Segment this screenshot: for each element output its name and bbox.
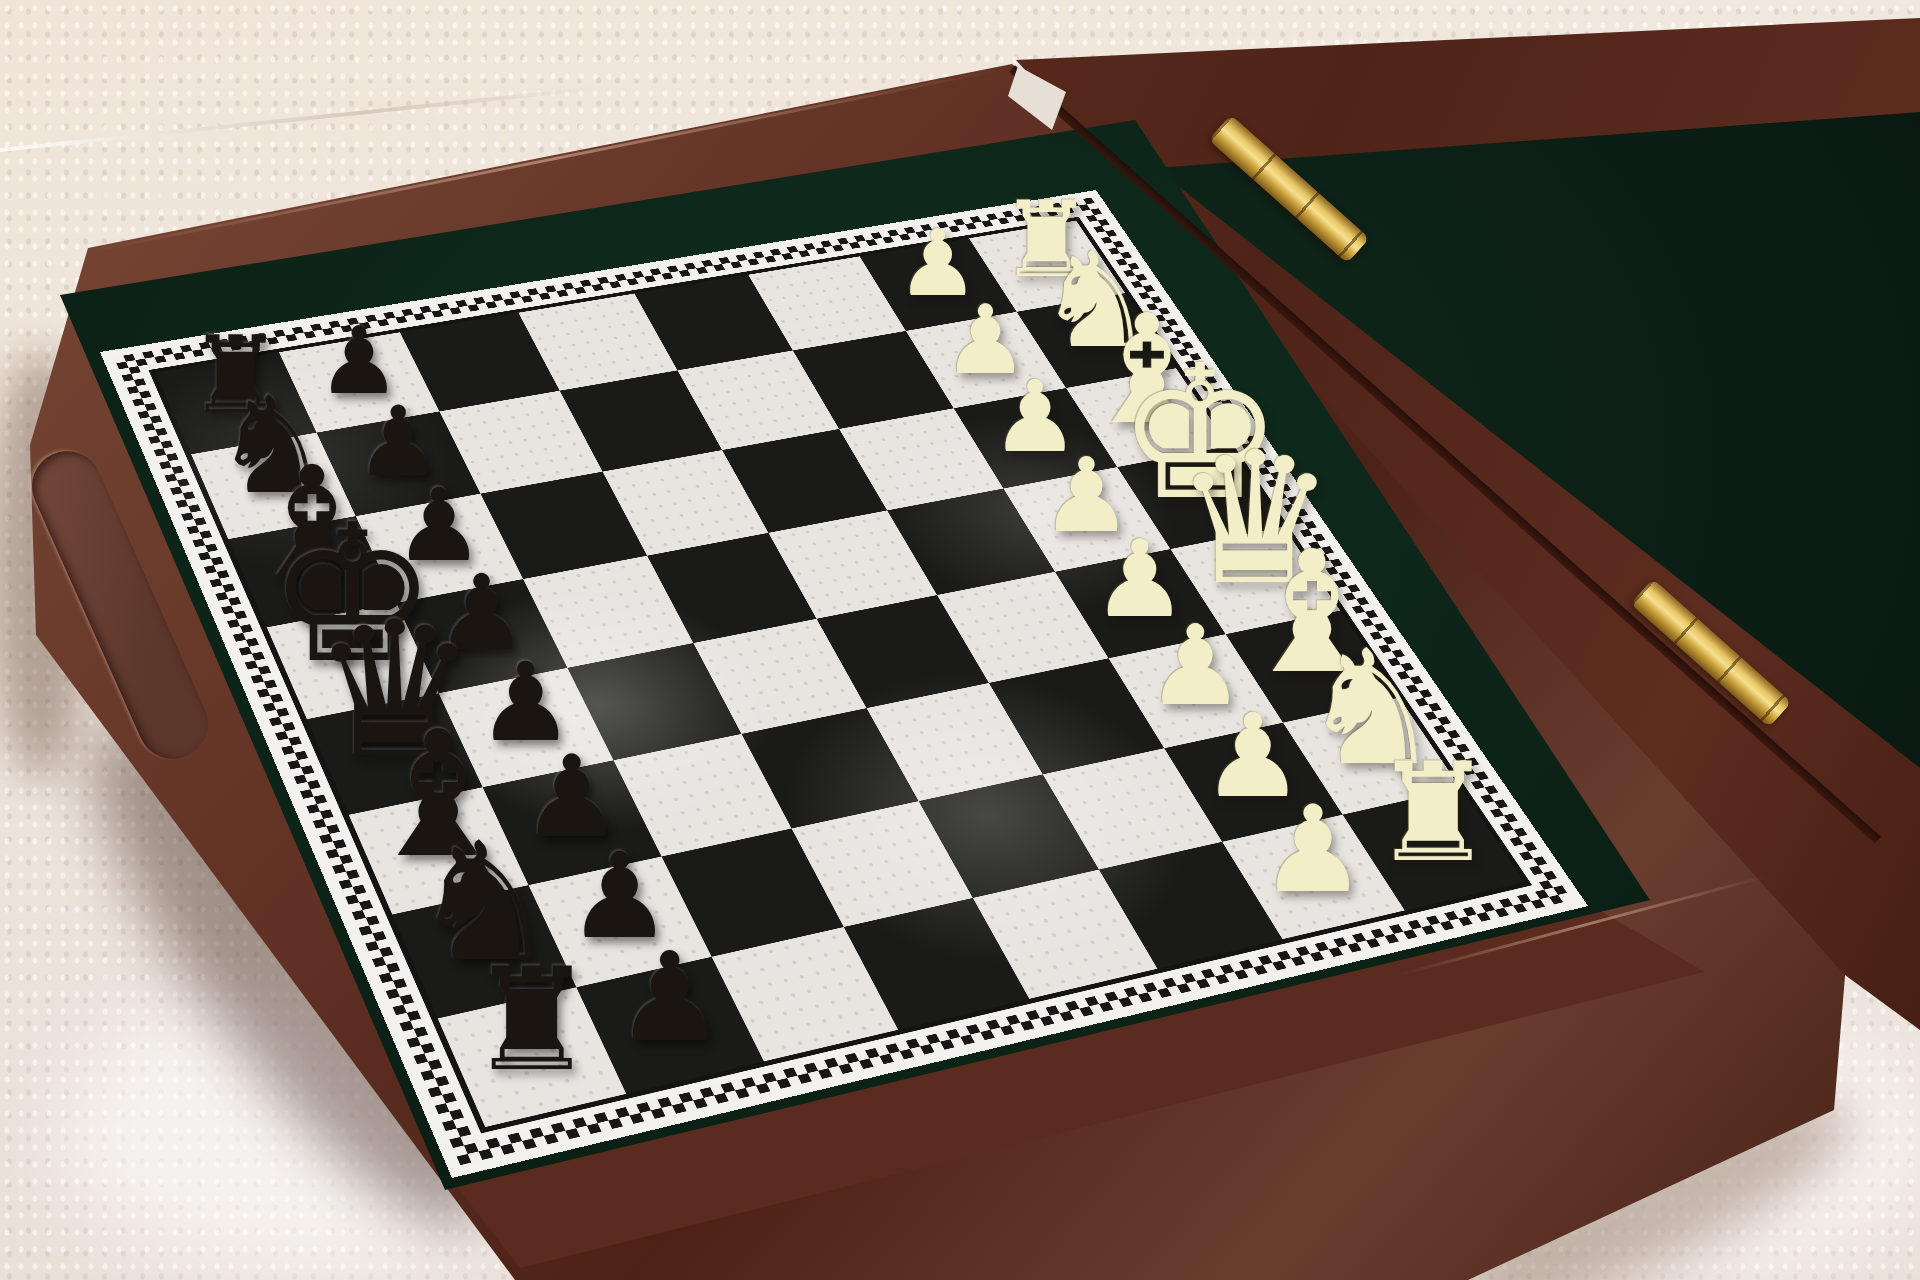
piece-black-rook-a8[interactable]: ♜ — [468, 950, 595, 1092]
piece-white-rook-a1[interactable]: ♜ — [1372, 746, 1495, 883]
piece-black-pawn-a7[interactable]: ♟ — [614, 936, 724, 1059]
photo-scene: ♜♞♝♛♚♝♞♜♟♟♟♟♟♟♟♟♟♟♟♟♟♟♟♟♜♞♝♛♚♝♞♜ — [0, 0, 1920, 1280]
piece-white-pawn-a2[interactable]: ♟ — [1259, 790, 1367, 910]
